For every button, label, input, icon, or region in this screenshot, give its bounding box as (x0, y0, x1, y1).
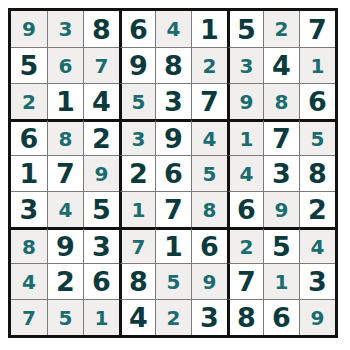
sudoku-cell-r2c2[interactable]: 6 (47, 47, 83, 83)
sudoku-cell-r9c4[interactable]: 4 (119, 299, 155, 335)
sudoku-cell-r6c5[interactable]: 7 (155, 191, 191, 227)
sudoku-cell-r6c4[interactable]: 1 (119, 191, 155, 227)
sudoku-cell-r6c2[interactable]: 4 (47, 191, 83, 227)
sudoku-cell-r1c4[interactable]: 6 (119, 11, 155, 47)
sudoku-cell-r4c7[interactable]: 1 (227, 119, 263, 155)
sudoku-cell-r4c6[interactable]: 4 (191, 119, 227, 155)
sudoku-cell-r3c1[interactable]: 2 (11, 83, 47, 119)
sudoku-cell-r7c8[interactable]: 5 (263, 227, 299, 263)
sudoku-cell-r6c3[interactable]: 5 (83, 191, 119, 227)
sudoku-cell-r2c5[interactable]: 8 (155, 47, 191, 83)
sudoku-cell-r5c5[interactable]: 6 (155, 155, 191, 191)
sudoku-cell-r8c3[interactable]: 6 (83, 263, 119, 299)
sudoku-cell-r9c9[interactable]: 9 (299, 299, 335, 335)
sudoku-cell-r1c6[interactable]: 1 (191, 11, 227, 47)
sudoku-cell-r2c4[interactable]: 9 (119, 47, 155, 83)
sudoku-cell-r4c4[interactable]: 3 (119, 119, 155, 155)
sudoku-cell-r2c6[interactable]: 2 (191, 47, 227, 83)
sudoku-cell-r9c5[interactable]: 2 (155, 299, 191, 335)
sudoku-cell-r7c2[interactable]: 9 (47, 227, 83, 263)
sudoku-cell-r7c6[interactable]: 6 (191, 227, 227, 263)
sudoku-cell-r6c6[interactable]: 8 (191, 191, 227, 227)
sudoku-cell-r4c3[interactable]: 2 (83, 119, 119, 155)
sudoku-cell-r3c6[interactable]: 7 (191, 83, 227, 119)
sudoku-cell-r5c2[interactable]: 7 (47, 155, 83, 191)
sudoku-board: 9386415275679823412145379866823941751792… (8, 8, 338, 338)
sudoku-cell-r9c8[interactable]: 6 (263, 299, 299, 335)
sudoku-cell-r4c5[interactable]: 9 (155, 119, 191, 155)
sudoku-cell-r9c6[interactable]: 3 (191, 299, 227, 335)
sudoku-cell-r8c2[interactable]: 2 (47, 263, 83, 299)
sudoku-cell-r1c7[interactable]: 5 (227, 11, 263, 47)
sudoku-cell-r9c3[interactable]: 1 (83, 299, 119, 335)
sudoku-cell-r1c8[interactable]: 2 (263, 11, 299, 47)
sudoku-cell-r3c4[interactable]: 5 (119, 83, 155, 119)
sudoku-cell-r5c1[interactable]: 1 (11, 155, 47, 191)
sudoku-cell-r2c3[interactable]: 7 (83, 47, 119, 83)
sudoku-cell-r5c4[interactable]: 2 (119, 155, 155, 191)
sudoku-cell-r4c2[interactable]: 8 (47, 119, 83, 155)
sudoku-cell-r8c4[interactable]: 8 (119, 263, 155, 299)
sudoku-cell-r3c2[interactable]: 1 (47, 83, 83, 119)
sudoku-cell-r9c7[interactable]: 8 (227, 299, 263, 335)
sudoku-cell-r3c8[interactable]: 8 (263, 83, 299, 119)
sudoku-cell-r9c2[interactable]: 5 (47, 299, 83, 335)
sudoku-cell-r5c7[interactable]: 4 (227, 155, 263, 191)
sudoku-cell-r4c8[interactable]: 7 (263, 119, 299, 155)
sudoku-cell-r8c5[interactable]: 5 (155, 263, 191, 299)
sudoku-cell-r3c7[interactable]: 9 (227, 83, 263, 119)
sudoku-cell-r6c1[interactable]: 3 (11, 191, 47, 227)
sudoku-cell-r3c9[interactable]: 6 (299, 83, 335, 119)
sudoku-cell-r1c3[interactable]: 8 (83, 11, 119, 47)
sudoku-cell-r3c3[interactable]: 4 (83, 83, 119, 119)
sudoku-cell-r8c7[interactable]: 7 (227, 263, 263, 299)
sudoku-cell-r7c5[interactable]: 1 (155, 227, 191, 263)
sudoku-cell-r5c9[interactable]: 8 (299, 155, 335, 191)
sudoku-cell-r8c8[interactable]: 1 (263, 263, 299, 299)
sudoku-cell-r5c6[interactable]: 5 (191, 155, 227, 191)
sudoku-cell-r1c2[interactable]: 3 (47, 11, 83, 47)
sudoku-cell-r2c1[interactable]: 5 (11, 47, 47, 83)
sudoku-cell-r3c5[interactable]: 3 (155, 83, 191, 119)
sudoku-page: 9386415275679823412145379866823941751792… (0, 0, 350, 346)
sudoku-cell-r5c8[interactable]: 3 (263, 155, 299, 191)
sudoku-cell-r8c6[interactable]: 9 (191, 263, 227, 299)
sudoku-cell-r2c7[interactable]: 3 (227, 47, 263, 83)
sudoku-cell-r1c5[interactable]: 4 (155, 11, 191, 47)
sudoku-cell-r9c1[interactable]: 7 (11, 299, 47, 335)
sudoku-cell-r7c4[interactable]: 7 (119, 227, 155, 263)
sudoku-cell-r4c9[interactable]: 5 (299, 119, 335, 155)
sudoku-cell-r6c8[interactable]: 9 (263, 191, 299, 227)
sudoku-cell-r6c7[interactable]: 6 (227, 191, 263, 227)
sudoku-cell-r4c1[interactable]: 6 (11, 119, 47, 155)
sudoku-cell-r8c9[interactable]: 3 (299, 263, 335, 299)
sudoku-cell-r5c3[interactable]: 9 (83, 155, 119, 191)
sudoku-cell-r7c7[interactable]: 2 (227, 227, 263, 263)
sudoku-cell-r1c9[interactable]: 7 (299, 11, 335, 47)
sudoku-cell-r6c9[interactable]: 2 (299, 191, 335, 227)
sudoku-cell-r7c9[interactable]: 4 (299, 227, 335, 263)
sudoku-cell-r7c1[interactable]: 8 (11, 227, 47, 263)
sudoku-cell-r1c1[interactable]: 9 (11, 11, 47, 47)
sudoku-cell-r7c3[interactable]: 3 (83, 227, 119, 263)
sudoku-cell-r2c9[interactable]: 1 (299, 47, 335, 83)
sudoku-cell-r2c8[interactable]: 4 (263, 47, 299, 83)
sudoku-cell-r8c1[interactable]: 4 (11, 263, 47, 299)
